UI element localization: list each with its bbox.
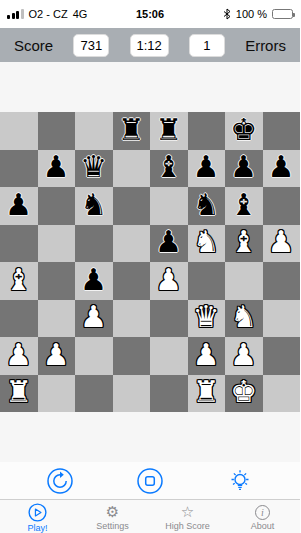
hint-button[interactable] [227,468,253,494]
square-g6[interactable]: ♝ [225,187,263,225]
black-pawn-piece: ♟ [268,152,295,182]
black-pawn-piece: ♟ [5,190,32,220]
tab-play-label: Play! [27,523,47,533]
square-d2[interactable] [113,337,151,375]
square-a7[interactable] [0,150,38,188]
white-pawn-piece: ♟ [80,302,107,332]
square-h7[interactable]: ♟ [263,150,301,188]
app-window: O2 - CZ 4G 15:06 100 % Score 731 1:12 1 … [0,0,300,533]
square-c1[interactable] [75,375,113,413]
tab-about[interactable]: i About [225,500,300,533]
square-d8[interactable]: ♜ [113,112,151,150]
square-e5[interactable]: ♟ [150,225,188,263]
tab-high-score[interactable]: ☆ High Score [150,500,225,533]
chess-board: ♜♜♚♟♛♝♟♟♟♟♞♞♝♟♞♝♟♝♟♟♟♛♞♟♟♟♟♜♜♚ [0,112,300,412]
tab-high-score-label: High Score [165,521,210,531]
errors-label: Errors [245,37,286,54]
square-h5[interactable]: ♟ [263,225,301,263]
square-b8[interactable] [38,112,76,150]
square-b7[interactable]: ♟ [38,150,76,188]
white-pawn-piece: ♟ [5,340,32,370]
square-g4[interactable] [225,262,263,300]
square-e8[interactable]: ♜ [150,112,188,150]
black-rook-piece: ♜ [155,115,182,145]
square-h1[interactable] [263,375,301,413]
square-a3[interactable] [0,300,38,338]
square-d6[interactable] [113,187,151,225]
square-f1[interactable]: ♜ [188,375,226,413]
square-f3[interactable]: ♛ [188,300,226,338]
square-h4[interactable] [263,262,301,300]
square-g2[interactable]: ♟ [225,337,263,375]
black-pawn-piece: ♟ [80,265,107,295]
white-knight-piece: ♞ [230,302,257,332]
square-a4[interactable]: ♝ [0,262,38,300]
status-bar: O2 - CZ 4G 15:06 100 % [0,0,300,28]
square-g1[interactable]: ♚ [225,375,263,413]
white-pawn-piece: ♟ [193,340,220,370]
tab-settings[interactable]: ⚙ Settings [75,500,150,533]
square-a6[interactable]: ♟ [0,187,38,225]
square-c2[interactable] [75,337,113,375]
square-a1[interactable]: ♜ [0,375,38,413]
square-g5[interactable]: ♝ [225,225,263,263]
board-bottom-margin [0,412,300,462]
black-bishop-piece: ♝ [230,190,257,220]
square-g3[interactable]: ♞ [225,300,263,338]
timer-value: 1:12 [130,34,169,57]
square-f5[interactable]: ♞ [188,225,226,263]
white-bishop-piece: ♝ [5,265,32,295]
square-e3[interactable] [150,300,188,338]
game-status-header: Score 731 1:12 1 Errors [0,28,300,62]
square-f2[interactable]: ♟ [188,337,226,375]
square-b3[interactable] [38,300,76,338]
square-d7[interactable] [113,150,151,188]
white-rook-piece: ♜ [193,377,220,407]
square-h3[interactable] [263,300,301,338]
square-e1[interactable] [150,375,188,413]
tab-bar: Play! ⚙ Settings ☆ High Score i About [0,499,300,533]
square-c4[interactable]: ♟ [75,262,113,300]
square-f8[interactable] [188,112,226,150]
white-pawn-piece: ♟ [43,340,70,370]
restart-button[interactable] [47,468,73,494]
white-king-piece: ♚ [230,377,257,407]
board-top-margin [0,62,300,112]
square-e7[interactable]: ♝ [150,150,188,188]
square-a8[interactable] [0,112,38,150]
battery-icon [272,9,293,19]
square-h6[interactable] [263,187,301,225]
stop-button[interactable] [137,468,163,494]
white-rook-piece: ♜ [5,377,32,407]
square-a5[interactable] [0,225,38,263]
white-knight-piece: ♞ [193,227,220,257]
square-d5[interactable] [113,225,151,263]
square-h8[interactable] [263,112,301,150]
tab-play[interactable]: Play! [0,500,75,533]
square-d3[interactable] [113,300,151,338]
square-b2[interactable]: ♟ [38,337,76,375]
black-queen-piece: ♛ [80,152,107,182]
square-b1[interactable] [38,375,76,413]
square-c8[interactable] [75,112,113,150]
score-value: 731 [73,34,109,57]
errors-value: 1 [189,34,225,57]
square-b4[interactable] [38,262,76,300]
white-pawn-piece: ♟ [155,265,182,295]
square-d1[interactable] [113,375,151,413]
square-f6[interactable]: ♞ [188,187,226,225]
square-c6[interactable]: ♞ [75,187,113,225]
square-d4[interactable] [113,262,151,300]
play-icon [28,503,47,522]
action-toolbar [0,462,300,499]
restart-icon [47,468,73,494]
lightbulb-icon [227,468,253,494]
black-knight-piece: ♞ [80,190,107,220]
score-label: Score [14,37,53,54]
square-b6[interactable] [38,187,76,225]
white-pawn-piece: ♟ [268,227,295,257]
square-e6[interactable] [150,187,188,225]
clock-label: 15:06 [0,8,300,20]
square-g7[interactable]: ♟ [225,150,263,188]
black-rook-piece: ♜ [118,115,145,145]
square-f7[interactable]: ♟ [188,150,226,188]
black-king-piece: ♚ [230,115,257,145]
square-b5[interactable] [38,225,76,263]
square-c7[interactable]: ♛ [75,150,113,188]
black-bishop-piece: ♝ [155,152,182,182]
square-f4[interactable] [188,262,226,300]
square-e2[interactable] [150,337,188,375]
info-icon: i [255,505,270,520]
square-g8[interactable]: ♚ [225,112,263,150]
square-e4[interactable]: ♟ [150,262,188,300]
white-pawn-piece: ♟ [230,340,257,370]
white-bishop-piece: ♝ [230,227,257,257]
black-pawn-piece: ♟ [193,152,220,182]
black-pawn-piece: ♟ [43,152,70,182]
square-h2[interactable] [263,337,301,375]
square-c3[interactable]: ♟ [75,300,113,338]
tab-about-label: About [251,521,275,531]
star-icon: ☆ [181,505,194,520]
black-pawn-piece: ♟ [230,152,257,182]
white-queen-piece: ♛ [193,302,220,332]
tab-settings-label: Settings [96,521,129,531]
stop-icon [137,468,163,494]
gear-icon: ⚙ [106,505,119,520]
square-a2[interactable]: ♟ [0,337,38,375]
black-knight-piece: ♞ [193,190,220,220]
black-pawn-piece: ♟ [155,227,182,257]
square-c5[interactable] [75,225,113,263]
